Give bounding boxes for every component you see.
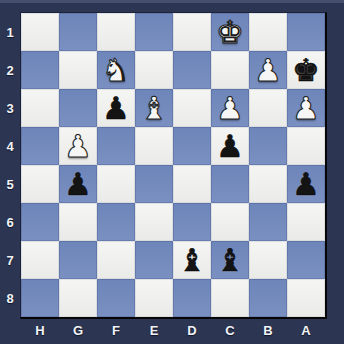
square-f5[interactable] — [97, 165, 135, 203]
square-f4[interactable] — [97, 127, 135, 165]
square-d4[interactable] — [173, 127, 211, 165]
square-e4[interactable] — [135, 127, 173, 165]
file-label-g: G — [59, 318, 97, 342]
square-b1[interactable] — [249, 13, 287, 51]
file-label-f: F — [97, 318, 135, 342]
square-c8[interactable] — [211, 279, 249, 317]
piece-black-bishop[interactable]: ♝ — [178, 241, 206, 279]
square-d6[interactable] — [173, 203, 211, 241]
square-h1[interactable] — [21, 13, 59, 51]
square-a3[interactable]: ♟ — [287, 89, 325, 127]
square-f6[interactable] — [97, 203, 135, 241]
square-c7[interactable]: ♝ — [211, 241, 249, 279]
square-c4[interactable]: ♟ — [211, 127, 249, 165]
square-b2[interactable]: ♟ — [249, 51, 287, 89]
rank-label-2: 2 — [0, 51, 20, 89]
square-d8[interactable] — [173, 279, 211, 317]
square-e2[interactable] — [135, 51, 173, 89]
piece-black-pawn[interactable]: ♟ — [102, 89, 130, 127]
square-d5[interactable] — [173, 165, 211, 203]
square-h6[interactable] — [21, 203, 59, 241]
square-a2[interactable]: ♚ — [287, 51, 325, 89]
square-c3[interactable]: ♟ — [211, 89, 249, 127]
square-c5[interactable] — [211, 165, 249, 203]
square-g7[interactable] — [59, 241, 97, 279]
square-d3[interactable] — [173, 89, 211, 127]
square-b7[interactable] — [249, 241, 287, 279]
piece-white-pawn[interactable]: ♟ — [216, 89, 244, 127]
file-labels: HGFEDCBA — [21, 318, 325, 342]
file-label-h: H — [21, 318, 59, 342]
square-b8[interactable] — [249, 279, 287, 317]
file-label-c: C — [211, 318, 249, 342]
piece-white-pawn[interactable]: ♟ — [292, 89, 320, 127]
square-h8[interactable] — [21, 279, 59, 317]
square-g5[interactable]: ♟ — [59, 165, 97, 203]
chess-diagram: 12345678 ♚♞♟♚♟♝♟♟♟♟♟♟♝♝ HGFEDCBA — [0, 0, 344, 344]
square-c1[interactable]: ♚ — [211, 13, 249, 51]
piece-black-pawn[interactable]: ♟ — [216, 127, 244, 165]
square-d7[interactable]: ♝ — [173, 241, 211, 279]
square-a5[interactable]: ♟ — [287, 165, 325, 203]
piece-black-pawn[interactable]: ♟ — [64, 165, 92, 203]
piece-white-knight[interactable]: ♞ — [102, 51, 130, 89]
rank-label-6: 6 — [0, 203, 20, 241]
piece-white-pawn[interactable]: ♟ — [254, 51, 282, 89]
square-e8[interactable] — [135, 279, 173, 317]
square-b5[interactable] — [249, 165, 287, 203]
square-e7[interactable] — [135, 241, 173, 279]
rank-label-8: 8 — [0, 279, 20, 317]
file-label-d: D — [173, 318, 211, 342]
square-f7[interactable] — [97, 241, 135, 279]
square-g3[interactable] — [59, 89, 97, 127]
piece-white-pawn[interactable]: ♟ — [64, 127, 92, 165]
square-h4[interactable] — [21, 127, 59, 165]
square-f8[interactable] — [97, 279, 135, 317]
square-a4[interactable] — [287, 127, 325, 165]
square-f2[interactable]: ♞ — [97, 51, 135, 89]
square-c2[interactable] — [211, 51, 249, 89]
piece-black-bishop[interactable]: ♝ — [216, 241, 244, 279]
rank-label-4: 4 — [0, 127, 20, 165]
rank-label-7: 7 — [0, 241, 20, 279]
piece-black-king[interactable]: ♚ — [292, 51, 320, 89]
square-f1[interactable] — [97, 13, 135, 51]
square-a8[interactable] — [287, 279, 325, 317]
square-e6[interactable] — [135, 203, 173, 241]
rank-labels: 12345678 — [0, 13, 20, 317]
square-h2[interactable] — [21, 51, 59, 89]
square-f3[interactable]: ♟ — [97, 89, 135, 127]
square-h5[interactable] — [21, 165, 59, 203]
file-label-e: E — [135, 318, 173, 342]
square-b6[interactable] — [249, 203, 287, 241]
square-d1[interactable] — [173, 13, 211, 51]
piece-white-king[interactable]: ♚ — [216, 13, 244, 51]
square-a7[interactable] — [287, 241, 325, 279]
rank-label-3: 3 — [0, 89, 20, 127]
square-g2[interactable] — [59, 51, 97, 89]
square-e3[interactable]: ♝ — [135, 89, 173, 127]
square-h3[interactable] — [21, 89, 59, 127]
chess-board: ♚♞♟♚♟♝♟♟♟♟♟♟♝♝ — [20, 12, 327, 319]
square-b3[interactable] — [249, 89, 287, 127]
square-g4[interactable]: ♟ — [59, 127, 97, 165]
square-g8[interactable] — [59, 279, 97, 317]
rank-label-5: 5 — [0, 165, 20, 203]
square-e5[interactable] — [135, 165, 173, 203]
piece-black-pawn[interactable]: ♟ — [292, 165, 320, 203]
piece-white-bishop[interactable]: ♝ — [140, 89, 168, 127]
rank-label-1: 1 — [0, 13, 20, 51]
square-d2[interactable] — [173, 51, 211, 89]
square-g6[interactable] — [59, 203, 97, 241]
square-a6[interactable] — [287, 203, 325, 241]
square-g1[interactable] — [59, 13, 97, 51]
square-e1[interactable] — [135, 13, 173, 51]
square-c6[interactable] — [211, 203, 249, 241]
square-h7[interactable] — [21, 241, 59, 279]
file-label-b: B — [249, 318, 287, 342]
file-label-a: A — [287, 318, 325, 342]
square-b4[interactable] — [249, 127, 287, 165]
square-a1[interactable] — [287, 13, 325, 51]
